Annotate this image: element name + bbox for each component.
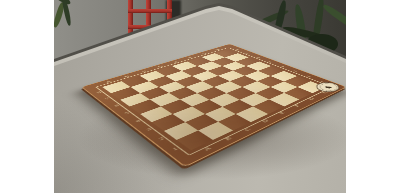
- product-photo-canvas: ABCDEFGH ABCDEFGH 87654321 87654321 ♞: [0, 0, 400, 193]
- photo-area: ABCDEFGH ABCDEFGH 87654321 87654321 ♞: [54, 0, 346, 193]
- shelf-slat: [128, 9, 172, 13]
- leaf: [322, 3, 346, 32]
- right-matte: [346, 0, 400, 193]
- knight-icon: ♞: [321, 84, 334, 89]
- left-matte: [0, 0, 54, 193]
